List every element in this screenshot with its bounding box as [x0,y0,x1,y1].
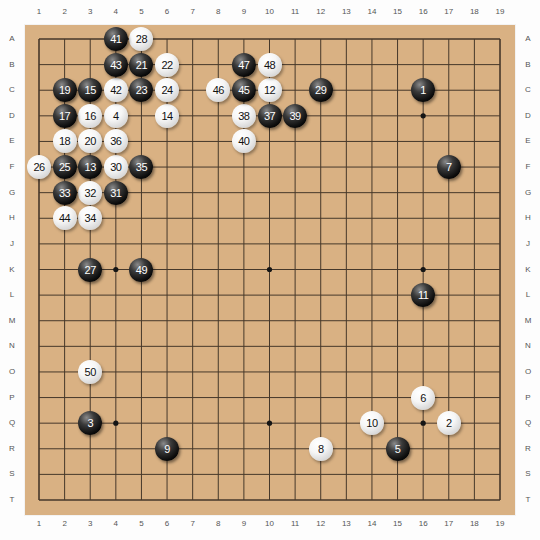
stone-black-9[interactable]: 9 [155,437,179,461]
stone-black-7[interactable]: 7 [437,155,461,179]
row-label-left-C: C [2,83,22,97]
row-label-left-N: N [2,339,22,353]
row-label-left-D: D [2,109,22,123]
stone-black-37[interactable]: 37 [258,104,282,128]
stone-black-49[interactable]: 49 [129,258,153,282]
col-label-top-17: 17 [439,5,459,19]
stone-white-16[interactable]: 16 [78,104,102,128]
col-label-top-15: 15 [388,5,408,19]
row-label-right-A: A [518,32,538,46]
stone-white-18[interactable]: 18 [53,129,77,153]
col-label-top-16: 16 [413,5,433,19]
col-label-bottom-6: 6 [157,517,177,531]
stone-white-14[interactable]: 14 [155,104,179,128]
row-label-right-F: F [518,160,538,174]
stone-white-12[interactable]: 12 [258,78,282,102]
col-label-top-19: 19 [490,5,510,19]
stone-white-6[interactable]: 6 [411,386,435,410]
stone-black-45[interactable]: 45 [232,78,256,102]
col-label-top-10: 10 [260,5,280,19]
row-label-right-C: C [518,83,538,97]
col-label-bottom-5: 5 [131,517,151,531]
row-label-left-Q: Q [2,416,22,430]
star-point [421,113,426,118]
stone-white-26[interactable]: 26 [27,155,51,179]
row-label-left-G: G [2,186,22,200]
stone-white-4[interactable]: 4 [104,104,128,128]
col-label-top-11: 11 [285,5,305,19]
col-label-bottom-16: 16 [413,517,433,531]
col-label-bottom-18: 18 [464,517,484,531]
col-label-bottom-10: 10 [260,517,280,531]
col-label-top-18: 18 [464,5,484,19]
col-label-top-13: 13 [336,5,356,19]
col-label-bottom-9: 9 [234,517,254,531]
star-point [421,421,426,426]
stone-black-41[interactable]: 41 [104,27,128,51]
row-label-right-K: K [518,263,538,277]
stone-white-8[interactable]: 8 [309,437,333,461]
row-label-right-T: T [518,493,538,507]
row-label-left-O: O [2,365,22,379]
row-label-right-N: N [518,339,538,353]
stone-white-44[interactable]: 44 [53,206,77,230]
row-label-left-S: S [2,467,22,481]
row-label-left-F: F [2,160,22,174]
go-board[interactable]: 1234567891011121314151617181920212223242… [25,25,515,515]
stone-white-2[interactable]: 2 [437,411,461,435]
col-label-bottom-13: 13 [336,517,356,531]
col-label-bottom-2: 2 [55,517,75,531]
stone-white-42[interactable]: 42 [104,78,128,102]
col-label-bottom-15: 15 [388,517,408,531]
stone-black-25[interactable]: 25 [53,155,77,179]
row-label-right-H: H [518,211,538,225]
star-point [267,421,272,426]
col-label-top-6: 6 [157,5,177,19]
stone-white-38[interactable]: 38 [232,104,256,128]
col-label-bottom-7: 7 [183,517,203,531]
col-label-top-12: 12 [311,5,331,19]
row-label-left-A: A [2,32,22,46]
star-point [113,421,118,426]
col-label-top-1: 1 [29,5,49,19]
row-label-left-K: K [2,263,22,277]
col-label-top-2: 2 [55,5,75,19]
row-label-left-H: H [2,211,22,225]
stone-white-10[interactable]: 10 [360,411,384,435]
go-diagram: 1234567891011121314151617181920212223242… [0,0,540,540]
row-label-right-Q: Q [518,416,538,430]
row-label-right-L: L [518,288,538,302]
stone-white-30[interactable]: 30 [104,155,128,179]
col-label-bottom-14: 14 [362,517,382,531]
star-point [113,267,118,272]
stone-white-22[interactable]: 22 [155,53,179,77]
stone-black-19[interactable]: 19 [53,78,77,102]
stone-black-21[interactable]: 21 [129,53,153,77]
row-label-left-R: R [2,442,22,456]
row-label-right-G: G [518,186,538,200]
row-label-left-T: T [2,493,22,507]
col-label-top-3: 3 [80,5,100,19]
stone-black-39[interactable]: 39 [283,104,307,128]
col-label-bottom-1: 1 [29,517,49,531]
col-label-top-8: 8 [208,5,228,19]
row-label-right-M: M [518,314,538,328]
stone-white-48[interactable]: 48 [258,53,282,77]
col-label-bottom-11: 11 [285,517,305,531]
col-label-top-4: 4 [106,5,126,19]
row-label-left-M: M [2,314,22,328]
row-label-right-J: J [518,237,538,251]
row-label-right-B: B [518,58,538,72]
row-label-right-R: R [518,442,538,456]
row-label-right-D: D [518,109,538,123]
stone-white-32[interactable]: 32 [78,181,102,205]
row-label-right-S: S [518,467,538,481]
row-label-right-O: O [518,365,538,379]
stone-black-33[interactable]: 33 [53,181,77,205]
stone-black-47[interactable]: 47 [232,53,256,77]
col-label-top-14: 14 [362,5,382,19]
stone-black-5[interactable]: 5 [386,437,410,461]
star-point [267,267,272,272]
stone-black-31[interactable]: 31 [104,181,128,205]
star-point [421,267,426,272]
col-label-bottom-8: 8 [208,517,228,531]
col-label-bottom-4: 4 [106,517,126,531]
row-label-left-J: J [2,237,22,251]
stone-black-43[interactable]: 43 [104,53,128,77]
row-label-left-P: P [2,391,22,405]
col-label-bottom-17: 17 [439,517,459,531]
stone-white-50[interactable]: 50 [78,360,102,384]
row-label-left-B: B [2,58,22,72]
stone-black-29[interactable]: 29 [309,78,333,102]
stone-black-27[interactable]: 27 [78,258,102,282]
col-label-top-9: 9 [234,5,254,19]
col-label-top-5: 5 [131,5,151,19]
col-label-bottom-12: 12 [311,517,331,531]
col-label-top-7: 7 [183,5,203,19]
row-label-right-P: P [518,391,538,405]
row-label-left-E: E [2,134,22,148]
col-label-bottom-3: 3 [80,517,100,531]
row-label-left-L: L [2,288,22,302]
row-label-right-E: E [518,134,538,148]
col-label-bottom-19: 19 [490,517,510,531]
stone-black-17[interactable]: 17 [53,104,77,128]
